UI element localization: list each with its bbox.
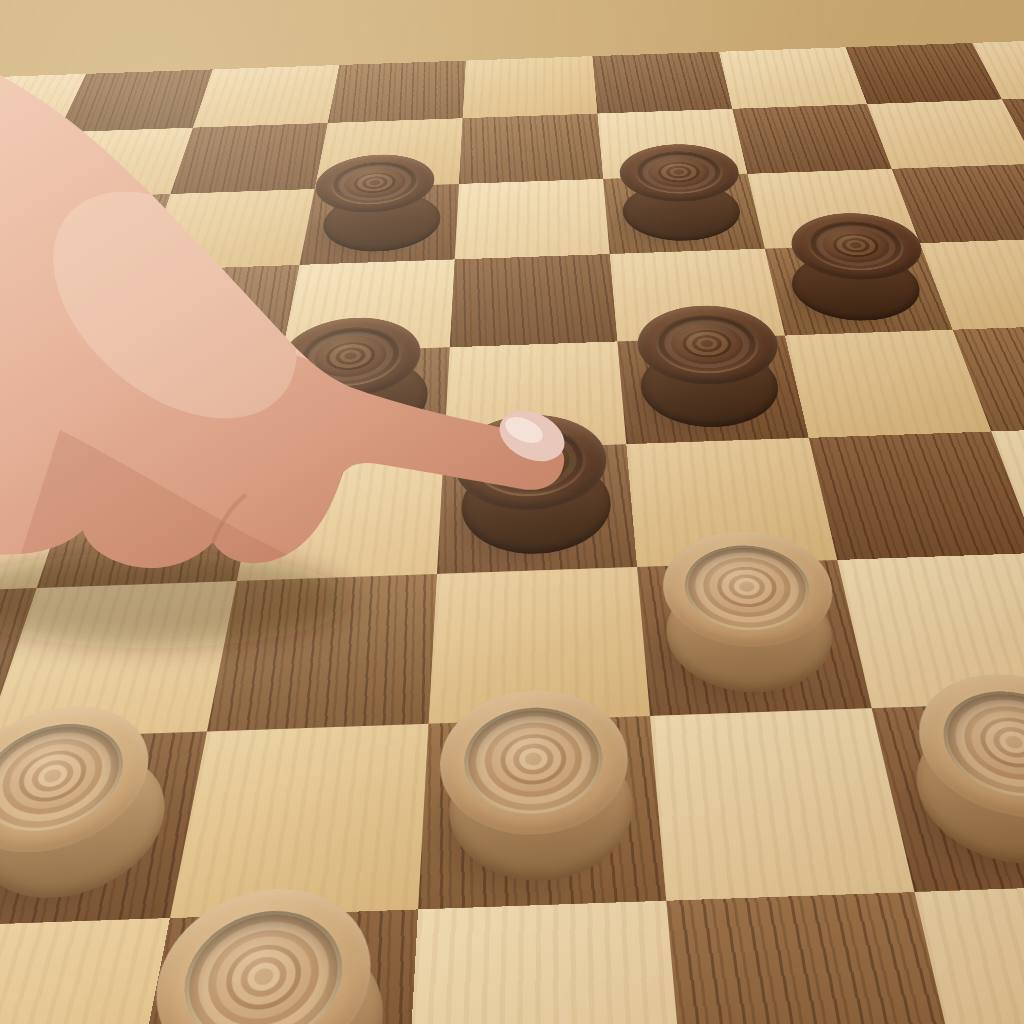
board-padding-square [732,104,891,174]
checker-light[interactable] [0,751,179,903]
checker-light[interactable] [661,576,844,698]
photo-canvas [0,0,1024,1024]
checker-dark[interactable] [620,182,746,245]
square-r0c4[interactable] [603,174,765,254]
checkers-board [0,30,1024,1024]
square-r3c0[interactable] [0,463,79,595]
square-r0c2[interactable] [300,184,459,265]
square-r5c3[interactable] [418,716,666,909]
square-r3c3[interactable] [437,444,637,574]
checker-dark-touched[interactable] [460,457,614,558]
board-padding-square [193,65,339,128]
square-r0c1[interactable] [145,189,315,270]
checker-light[interactable] [159,934,389,1024]
board-padding-square [719,47,867,108]
checker-light[interactable] [901,720,1024,869]
board-padding-square [459,114,603,184]
square-r6c1[interactable] [0,918,170,1024]
square-r1c1[interactable] [114,265,299,359]
square-r2c2[interactable] [261,347,449,457]
square-r1c3[interactable] [450,254,618,347]
square-r6c2[interactable] [123,909,418,1024]
checker-dark[interactable] [784,253,930,325]
square-r4c4[interactable] [637,560,872,716]
board-padding-square [592,52,732,114]
square-r5c2[interactable] [170,724,429,918]
board-padding-square [170,123,327,194]
square-r0c3[interactable] [455,179,610,260]
square-r5c5[interactable] [872,700,1024,892]
square-r2c4[interactable] [617,336,808,445]
checker-light[interactable] [446,735,637,886]
square-r3c5[interactable] [809,431,1024,559]
square-r0c0[interactable] [0,194,170,276]
square-r3c2[interactable] [237,451,444,581]
board-padding-square [328,61,466,123]
board-padding-square [463,56,598,118]
checker-dark[interactable] [318,192,442,255]
square-r4c2[interactable] [207,574,437,732]
piece-side [0,602,8,726]
square-r5c4[interactable] [650,708,914,901]
square-r2c0[interactable] [0,359,114,470]
checker-dark[interactable] [284,358,431,443]
square-r2c1[interactable] [79,353,282,463]
checker-dark[interactable] [637,347,786,432]
square-r6c3[interactable] [405,901,687,1024]
board-padding-square [867,99,1024,168]
